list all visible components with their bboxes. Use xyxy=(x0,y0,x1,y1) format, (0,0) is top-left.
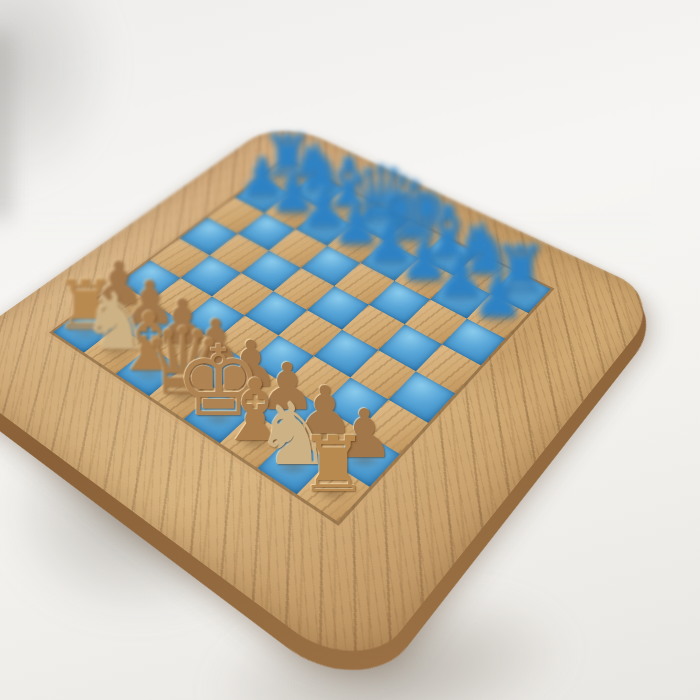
background-left-shadow xyxy=(0,30,12,220)
product-photo-scene: ♜♞♟♝♟♛♟♚♟♝♟♞♟♜♟♟♟♟♜♟♞♟♝♟♛♟♚♟♝♟♞♜ xyxy=(0,0,700,700)
square-g2 xyxy=(290,406,359,461)
square-g5 xyxy=(378,324,442,371)
square-d2 xyxy=(183,341,249,390)
